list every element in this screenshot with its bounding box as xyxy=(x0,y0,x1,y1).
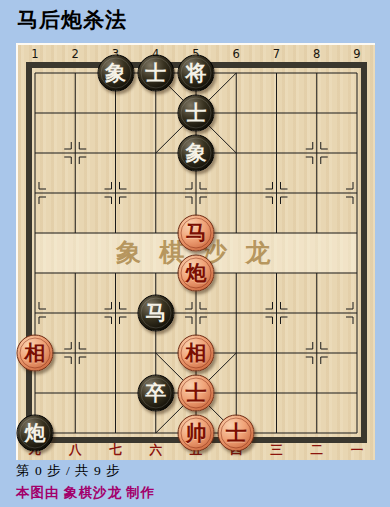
piece-black-3-0[interactable]: 象 xyxy=(97,55,134,92)
piece-black-1-9[interactable]: 炮 xyxy=(17,415,54,452)
piece-black-4-0[interactable]: 士 xyxy=(137,55,174,92)
top-column-label-9: 9 xyxy=(347,48,367,61)
top-column-label-7: 7 xyxy=(267,48,287,61)
piece-red-1-7[interactable]: 相 xyxy=(17,335,54,372)
piece-red-5-4[interactable]: 马 xyxy=(178,215,215,252)
top-column-label-6: 6 xyxy=(226,48,246,61)
bottom-column-label-2: 八 xyxy=(65,444,85,457)
piece-red-5-9[interactable]: 帅 xyxy=(178,415,215,452)
bottom-column-label-9: 一 xyxy=(347,444,367,457)
bottom-column-label-8: 二 xyxy=(307,444,327,457)
piece-black-4-8[interactable]: 卒 xyxy=(137,375,174,412)
piece-red-6-9[interactable]: 士 xyxy=(218,415,255,452)
bottom-column-label-3: 七 xyxy=(106,444,126,457)
piece-black-4-6[interactable]: 马 xyxy=(137,295,174,332)
piece-black-5-1[interactable]: 士 xyxy=(178,95,215,132)
bottom-column-label-4: 六 xyxy=(146,444,166,457)
move-counter: 第 0 步 / 共 9 步 xyxy=(16,462,121,480)
bottom-column-label-7: 三 xyxy=(267,444,287,457)
top-column-label-2: 2 xyxy=(65,48,85,61)
xiangqi-board: 123456789 象棋沙龙 象士将士象马炮马相相卒士炮帅士 九八七六五四三二一 xyxy=(16,43,375,460)
piece-red-5-8[interactable]: 士 xyxy=(178,375,215,412)
top-column-label-8: 8 xyxy=(307,48,327,61)
page-title: 马后炮杀法 xyxy=(17,6,127,34)
top-column-label-1: 1 xyxy=(25,48,45,61)
credit-line: 本图由 象棋沙龙 制作 xyxy=(16,484,155,502)
piece-red-5-7[interactable]: 相 xyxy=(178,335,215,372)
piece-black-5-2[interactable]: 象 xyxy=(178,135,215,172)
piece-black-5-0[interactable]: 将 xyxy=(178,55,215,92)
piece-red-5-5[interactable]: 炮 xyxy=(178,255,215,292)
